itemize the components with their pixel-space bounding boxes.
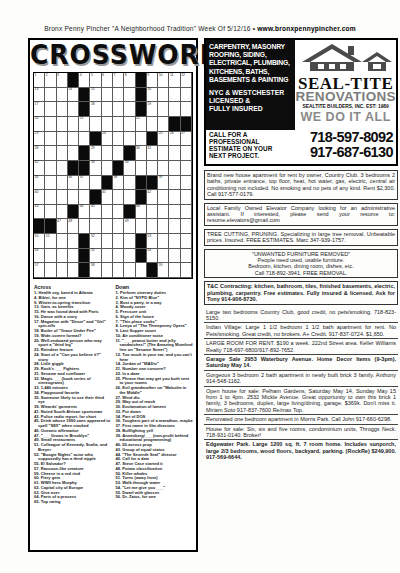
crossword-cell <box>57 161 68 176</box>
crossword-black-cell <box>68 161 79 176</box>
crossword-cell: 35 <box>34 176 45 191</box>
crossword-cell <box>68 249 79 264</box>
crossword-cell <box>169 190 180 205</box>
cell-number: 20 <box>35 116 39 120</box>
cell-number: 25 <box>159 131 163 135</box>
crossword-cell <box>158 146 169 161</box>
crossword-cell <box>45 132 56 147</box>
crossword-cell <box>124 176 135 191</box>
crossword-black-cell <box>136 102 147 117</box>
crossword-cell: 43 <box>34 205 45 220</box>
cell-number: 43 <box>35 204 39 208</box>
ad-text-line: ROOFING, SIDING, <box>209 51 293 59</box>
crossword-cell: 7 <box>113 73 124 88</box>
crossword-cell: 56 <box>147 249 158 264</box>
crossword-cell: 11 <box>169 73 180 88</box>
crossword-cell <box>113 88 124 103</box>
classified-ad: Local Family Owned Elevator Company look… <box>204 203 398 226</box>
crossword-cell <box>45 190 56 205</box>
crossword-black-cell <box>79 102 90 117</box>
clue: 11. "___ peanut butter and jelly sandwic… <box>116 339 194 353</box>
crossword-black-cell <box>102 176 113 191</box>
crossword-cell: 16 <box>147 88 158 103</box>
clue-columns: Across 1. Health org. based in Atlanta4.… <box>30 282 196 505</box>
crossword-black-cell <box>136 88 147 103</box>
crossword-cell: 44 <box>79 205 90 220</box>
cell-number: 31 <box>147 146 151 150</box>
cell-number: 52 <box>91 234 95 238</box>
crossword-cell <box>57 176 68 191</box>
classified-ad: Renovated one bedroom apartment in Morri… <box>204 414 398 423</box>
crossword-cell: 9 <box>147 73 158 88</box>
classified-ads: Brand new house apartment for rent by ow… <box>204 170 398 462</box>
crossword-cell <box>169 263 180 278</box>
crossword-cell <box>45 161 56 176</box>
crossword-cell <box>57 249 68 264</box>
crossword-cell: 19 <box>147 102 158 117</box>
crossword-cell <box>45 102 56 117</box>
clue: 65. Top rating <box>34 500 112 505</box>
crossword-black-cell <box>147 132 158 147</box>
crossword-cell <box>181 146 192 161</box>
crossword-cell <box>181 249 192 264</box>
ad-text-line: NYC & WESTCHESTER <box>209 89 293 97</box>
cell-number: 58 <box>91 263 95 267</box>
cell-number: 42 <box>147 190 151 194</box>
crossword-cell: 55 <box>90 249 101 264</box>
cell-number: 30 <box>136 146 140 150</box>
cell-number: 18 <box>91 102 95 106</box>
crossword-cell <box>158 102 169 117</box>
crossword-cell <box>90 117 101 132</box>
ad-text-line: FULLY INSURED <box>209 105 293 113</box>
crossword-cell <box>102 249 113 264</box>
crossword-cell: 25 <box>158 132 169 147</box>
crossword-cell <box>113 132 124 147</box>
crossword-black-cell <box>79 234 90 249</box>
classified-ad: Garage Sale 2953 Waterbury Avenue. Home … <box>204 354 398 370</box>
crossword-cell <box>169 176 180 191</box>
ad-text-line: Call 718-892-3941. FREE REMOVAL. <box>207 270 395 276</box>
clue: 56. Dr. Zaius, for one <box>116 495 194 500</box>
cell-number: 2 <box>46 73 48 77</box>
crossword-cell <box>181 176 192 191</box>
crossword-black-cell <box>79 249 90 264</box>
crossword-cell: 40 <box>34 190 45 205</box>
crossword-cell <box>169 219 180 234</box>
crossword-cell <box>181 263 192 278</box>
crossword-cell <box>124 263 135 278</box>
cell-number: 50 <box>35 234 39 238</box>
crossword-cell <box>45 117 56 132</box>
crossword-cell: 58 <box>90 263 101 278</box>
crossword-cell <box>169 205 180 220</box>
crossword-cell <box>68 146 79 161</box>
crossword-cell: 31 <box>147 146 158 161</box>
crossword-cell: 51 <box>45 234 56 249</box>
ad-text-line: KITCHENS, BATHS, <box>209 68 293 76</box>
crossword-black-cell <box>124 146 135 161</box>
crossword-cell <box>158 117 169 132</box>
crossword-cell <box>113 117 124 132</box>
crossword-cell <box>147 117 158 132</box>
crossword-cell: 34 <box>124 161 135 176</box>
cell-number: 59 <box>159 263 163 267</box>
crossword-cell: 22 <box>136 117 147 132</box>
crossword-cell <box>90 219 101 234</box>
crossword-cell: 21 <box>79 117 90 132</box>
crossword-cell: 47 <box>57 219 68 234</box>
crossword-cell: 6 <box>102 73 113 88</box>
crossword-cell: 37 <box>79 176 90 191</box>
crossword-cell <box>158 88 169 103</box>
crossword-black-cell <box>34 219 45 234</box>
crossword-cell <box>147 161 158 176</box>
crossword-cell <box>113 190 124 205</box>
crossword-black-cell <box>79 161 90 176</box>
classified-ad: "UNWANTED FURNITURE REMOVED"People need … <box>204 249 398 279</box>
crossword-black-cell <box>169 117 180 132</box>
cell-number: 26 <box>170 131 174 135</box>
crossword-cell <box>136 219 147 234</box>
crossword-cell <box>102 117 113 132</box>
crossword-cell <box>45 249 56 264</box>
crossword-cell <box>68 117 79 132</box>
crossword-black-cell <box>136 176 147 191</box>
ad-text-line: LICENSED & <box>209 97 293 105</box>
cell-number: 32 <box>35 160 39 164</box>
classified-ad: LARGE ROOM FOR RENT. $190 a week. 222nd … <box>204 338 398 354</box>
crossword-cell <box>57 205 68 220</box>
masthead-site: www.bronxpennypincher.com <box>257 25 356 32</box>
crossword-cell <box>57 234 68 249</box>
crossword-cell <box>102 161 113 176</box>
crossword-cell <box>169 234 180 249</box>
crossword-cell <box>158 234 169 249</box>
crossword-cell <box>169 88 180 103</box>
crossword-black-cell <box>136 73 147 88</box>
crossword-cell <box>102 219 113 234</box>
cell-number: 6 <box>102 73 104 77</box>
crossword-black-cell <box>181 117 192 132</box>
crossword-cell: 29 <box>90 146 101 161</box>
crossword-cell <box>102 146 113 161</box>
crossword-cell <box>45 205 56 220</box>
cell-number: 45 <box>91 204 95 208</box>
crossword-cell <box>169 102 180 117</box>
crossword-cell <box>68 263 79 278</box>
ad-text-line: CARPENTRY, MASONRY <box>209 43 293 51</box>
classified-ad: T&C Contracting: kitchen, bathroom, tile… <box>204 281 398 304</box>
cell-number: 36 <box>68 175 72 179</box>
crossword-cell <box>45 263 56 278</box>
crossword-cell <box>113 249 124 264</box>
crossword-cell <box>124 102 135 117</box>
crossword-cell <box>102 263 113 278</box>
sealtite-est: SEALTITE BUILDERS, INC. EST: 1989 <box>302 104 388 109</box>
sealtite-top: CARPENTRY, MASONRYROOFING, SIDING,ELECTR… <box>206 40 396 130</box>
across-clue-list: 1. Health org. based in Atlanta4. Bikini… <box>34 291 112 505</box>
crossword-cell <box>68 190 79 205</box>
classified-ad: Gorgeous 3 bedroom 2 bath apartment in n… <box>204 370 398 386</box>
cell-number: 46 <box>136 204 140 208</box>
cell-number: 12 <box>181 73 185 77</box>
sealtite-ad: CARPENTRY, MASONRYROOFING, SIDING,ELECTR… <box>204 38 398 166</box>
crossword-cell: 27 <box>181 132 192 147</box>
crossword-cell <box>147 219 158 234</box>
crossword-cell <box>147 205 158 220</box>
cell-number: 44 <box>80 204 84 208</box>
crossword-cell <box>102 205 113 220</box>
crossword-cell <box>57 190 68 205</box>
cell-number: 53 <box>147 234 151 238</box>
cell-number: 4 <box>80 73 82 77</box>
crossword-cell <box>169 249 180 264</box>
crossword-cell <box>113 205 124 220</box>
cell-number: 16 <box>147 87 151 91</box>
crossword-cell: 39 <box>158 176 169 191</box>
crossword-cell <box>158 219 169 234</box>
masthead-text: Bronx Penny Pincher "A Neighborhood Trad… <box>44 25 255 32</box>
crossword-cell <box>136 161 147 176</box>
cell-number: 8 <box>125 73 127 77</box>
crossword-cell <box>45 88 56 103</box>
crossword-cell <box>79 219 90 234</box>
ad-text-line: ELECTRICAL, PLUMBING, <box>209 59 293 67</box>
cell-number: 14 <box>68 87 72 91</box>
crossword-cell <box>102 88 113 103</box>
cell-number: 15 <box>91 87 95 91</box>
cell-number: 23 <box>35 131 39 135</box>
cell-number: 1 <box>35 73 37 77</box>
crossword-cell: 53 <box>147 234 158 249</box>
cell-number: 47 <box>57 219 61 223</box>
house-icon <box>298 42 394 76</box>
crossword-cell <box>158 249 169 264</box>
classified-ad: Brand new house apartment for rent by ow… <box>204 170 398 200</box>
crossword-cell <box>57 146 68 161</box>
crossword-cell <box>102 234 113 249</box>
masthead: Bronx Penny Pincher "A Neighborhood Trad… <box>0 25 400 32</box>
crossword-cell <box>124 117 135 132</box>
crossword-cell: 4 <box>79 73 90 88</box>
crossword-cell <box>181 102 192 117</box>
newspaper-page: Bronx Penny Pincher "A Neighborhood Trad… <box>0 0 400 573</box>
crossword-cell <box>113 146 124 161</box>
crossword-cell <box>181 190 192 205</box>
crossword-cell: 48 <box>68 219 79 234</box>
crossword-cell: 26 <box>169 132 180 147</box>
crossword-cell: 10 <box>158 73 169 88</box>
crossword-cell <box>79 190 90 205</box>
crossword-cell: 38 <box>113 176 124 191</box>
cell-number: 38 <box>113 175 117 179</box>
crossword-cell <box>158 190 169 205</box>
crossword-cell: 13 <box>34 88 45 103</box>
crossword-cell <box>158 205 169 220</box>
crossword-cell: 5 <box>90 73 101 88</box>
sealtite-phone-1: 718-597-8092 <box>286 130 393 145</box>
cell-number: 49 <box>125 219 129 223</box>
crossword-cell <box>113 263 124 278</box>
classified-ad: Open house for sale: Pelham Gardens, Sat… <box>204 386 398 415</box>
cell-number: 11 <box>170 73 174 77</box>
crossword-cell: 18 <box>90 102 101 117</box>
crossword-cell: 20 <box>34 117 45 132</box>
cell-number: 3 <box>57 73 59 77</box>
crossword-cell <box>45 176 56 191</box>
crossword-cell: 17 <box>34 102 45 117</box>
cell-number: 33 <box>91 160 95 164</box>
cell-number: 13 <box>35 87 39 91</box>
crossword-black-cell <box>90 132 101 147</box>
cell-number: 39 <box>159 175 163 179</box>
crossword-cell: 14 <box>68 88 79 103</box>
cell-number: 56 <box>147 248 151 252</box>
cell-number: 55 <box>91 248 95 252</box>
crossword-cell <box>68 132 79 147</box>
across-column: Across 1. Health org. based in Atlanta4.… <box>34 284 112 505</box>
crossword-cell: 59 <box>158 263 169 278</box>
crossword-black-cell <box>79 88 90 103</box>
crossword-cell <box>124 132 135 147</box>
crossword-black-cell <box>136 190 147 205</box>
crossword-cell: 45 <box>90 205 101 220</box>
crossword-cell <box>136 263 147 278</box>
classifieds-column: CARPENTRY, MASONRYROOFING, SIDING,ELECTR… <box>204 38 398 462</box>
crossword-cell: 24 <box>102 132 113 147</box>
crossword-cell <box>181 234 192 249</box>
ad-text-line: BASEMENTS & PAINTING <box>209 76 293 84</box>
crossword-cell <box>181 219 192 234</box>
crossword-cell: 2 <box>45 73 56 88</box>
classified-ad: House for sale: Six, six and five rooms,… <box>204 424 398 440</box>
crossword-cell: 1 <box>34 73 45 88</box>
crossword-cell <box>181 88 192 103</box>
cell-number: 34 <box>125 160 129 164</box>
cell-number: 5 <box>91 73 93 77</box>
crossword-cell: 8 <box>124 73 135 88</box>
sealtite-sub-brand: RENOVATIONS <box>295 91 395 103</box>
cell-number: 22 <box>136 116 140 120</box>
crossword-black-cell <box>68 205 79 220</box>
cell-number: 37 <box>80 175 84 179</box>
crossword-cell <box>90 176 101 191</box>
crossword-cell: 15 <box>90 88 101 103</box>
crossword-cell <box>57 117 68 132</box>
sealtite-bottom: Call for a professional estimate on your… <box>206 130 396 164</box>
crossword-cell: 41 <box>102 190 113 205</box>
crossword-black-cell <box>79 146 90 161</box>
crossword-cell <box>169 161 180 176</box>
crossword-cell <box>102 102 113 117</box>
crossword-cell <box>57 263 68 278</box>
cell-number: 10 <box>159 73 163 77</box>
cell-number: 54 <box>35 248 39 252</box>
sealtite-phones: 718-597-8092 917-687-6130 <box>286 130 396 164</box>
classified-ad: Edgewater Park. Large 1200 sq. ft. 7 roo… <box>204 439 398 461</box>
crossword-black-cell <box>147 263 158 278</box>
crossword-cell: 49 <box>124 219 135 234</box>
cell-number: 7 <box>113 73 115 77</box>
crossword-black-cell <box>79 263 90 278</box>
crossword-cell <box>113 102 124 117</box>
down-column: Down 1. Perform cinerary duties2. Kim of… <box>116 284 194 505</box>
crossword-cell: 30 <box>136 146 147 161</box>
crossword-cell <box>113 219 124 234</box>
crossword-cell <box>57 88 68 103</box>
crossword-black-cell <box>68 73 79 88</box>
cell-number: 28 <box>35 146 39 150</box>
sealtite-phone-2: 917-687-6130 <box>286 145 393 160</box>
cell-number: 24 <box>102 131 106 135</box>
cell-number: 19 <box>147 102 151 106</box>
cell-number: 17 <box>35 102 39 106</box>
crossword-cell <box>169 146 180 161</box>
cell-number: 21 <box>80 116 84 120</box>
cell-number: 40 <box>35 190 39 194</box>
crossword-black-cell <box>147 176 158 191</box>
cell-number: 29 <box>91 146 95 150</box>
crossword-cell: 33 <box>90 161 101 176</box>
crossword-cell: 57 <box>34 263 45 278</box>
crossword-cell: 36 <box>68 176 79 191</box>
crossword-box: CROSSWORD 123456789101112131415161718192… <box>28 38 198 552</box>
crossword-black-cell <box>113 161 124 176</box>
cell-number: 9 <box>147 73 149 77</box>
classified-ad: Indian Village: Large 1 1/2 bedroom 1 1/… <box>204 322 398 338</box>
crossword-cell: 3 <box>57 73 68 88</box>
crossword-cell: 32 <box>34 161 45 176</box>
crossword-cell: 23 <box>34 132 45 147</box>
crossword-black-cell <box>136 249 147 264</box>
crossword-cell <box>57 102 68 117</box>
sealtite-services: CARPENTRY, MASONRYROOFING, SIDING,ELECTR… <box>209 43 293 84</box>
cell-number: 35 <box>35 175 39 179</box>
crossword-cell <box>79 132 90 147</box>
classified-ad: TREE CUTTING, PRUNING. Specializing in l… <box>204 229 398 246</box>
crossword-black-cell <box>90 190 101 205</box>
crossword-black-cell <box>45 219 56 234</box>
crossword-cell: 12 <box>181 73 192 88</box>
cell-number: 41 <box>102 190 106 194</box>
down-clue-list: 1. Perform cinerary duties2. Kim of "NYP… <box>116 291 194 500</box>
sealtite-brand-panel: SEAL-TITE RENOVATIONS SEALTITE BUILDERS,… <box>295 40 396 130</box>
crossword-cell: 50 <box>34 234 45 249</box>
crossword-cell <box>136 132 147 147</box>
crossword-black-cell <box>124 205 135 220</box>
crossword-cell: 28 <box>34 146 45 161</box>
crossword-grid: 1234567891011121314151617181920212223242… <box>33 72 193 279</box>
crossword-cell <box>68 102 79 117</box>
cell-number: 51 <box>46 234 50 238</box>
crossword-cell <box>124 88 135 103</box>
cell-number: 57 <box>35 263 39 267</box>
sealtite-tagline: WE DO IT ALL <box>301 110 391 124</box>
crossword-cell <box>124 249 135 264</box>
crossword-cell <box>57 132 68 147</box>
crossword-cell <box>45 146 56 161</box>
crossword-cell <box>158 161 169 176</box>
crossword-cell <box>68 234 79 249</box>
crossword-title: CROSSWORD <box>30 40 196 70</box>
crossword-cell <box>181 205 192 220</box>
sealtite-services-panel: CARPENTRY, MASONRYROOFING, SIDING,ELECTR… <box>206 40 295 130</box>
cell-number: 48 <box>68 219 72 223</box>
crossword-cell: 54 <box>34 249 45 264</box>
crossword-cell: 46 <box>136 205 147 220</box>
classified-ad: Large two bedrooms Country Club, good cr… <box>204 308 398 323</box>
